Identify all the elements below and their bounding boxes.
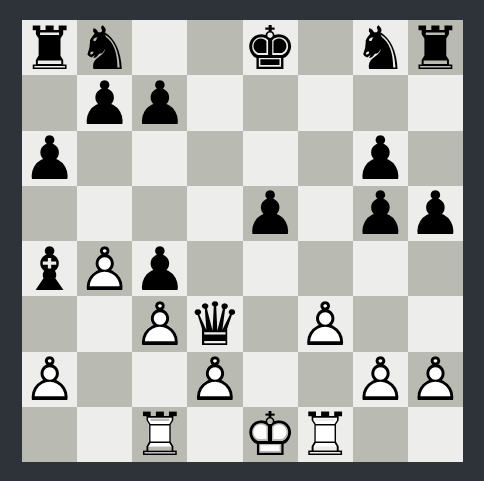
- piece-glyph: ♜: [22, 20, 77, 75]
- square-c8[interactable]: [132, 20, 187, 75]
- piece-black-rook[interactable]: ♜: [408, 20, 463, 75]
- piece-black-rook[interactable]: ♜: [22, 20, 77, 75]
- square-d1[interactable]: [187, 407, 242, 462]
- square-c3[interactable]: ♟♙: [132, 296, 187, 351]
- piece-glyph: ♚: [243, 20, 298, 75]
- piece-outline-glyph: ♙: [77, 241, 132, 296]
- piece-white-pawn[interactable]: ♟♙: [77, 241, 132, 296]
- square-h2[interactable]: ♟♙: [408, 352, 463, 407]
- square-d2[interactable]: ♟♙: [187, 352, 242, 407]
- chess-board: ♜♞♚♞♜♟♟♟♟♟♟♟♝♟♙♟♟♙♛♟♙♟♙♟♙♟♙♟♙♜♖♚♔♜♖: [22, 20, 463, 462]
- piece-glyph: ♞: [77, 20, 132, 75]
- square-b5[interactable]: [77, 186, 132, 241]
- square-g2[interactable]: ♟♙: [353, 352, 408, 407]
- square-h5[interactable]: ♟: [408, 186, 463, 241]
- piece-glyph: ♜: [408, 20, 463, 75]
- piece-black-pawn[interactable]: ♟: [77, 75, 132, 130]
- piece-white-rook[interactable]: ♜♖: [298, 407, 353, 462]
- square-b4[interactable]: ♟♙: [77, 241, 132, 296]
- piece-glyph: ♟: [243, 186, 298, 241]
- piece-white-pawn[interactable]: ♟♙: [298, 296, 353, 351]
- square-e4[interactable]: [243, 241, 298, 296]
- piece-black-bishop[interactable]: ♝: [22, 241, 77, 296]
- square-b8[interactable]: ♞: [77, 20, 132, 75]
- square-g4[interactable]: [353, 241, 408, 296]
- square-a2[interactable]: ♟♙: [22, 352, 77, 407]
- piece-black-pawn[interactable]: ♟: [132, 75, 187, 130]
- square-b1[interactable]: [77, 407, 132, 462]
- piece-outline-glyph: ♔: [243, 407, 298, 462]
- piece-white-rook[interactable]: ♜♖: [132, 407, 187, 462]
- piece-glyph: ♞: [353, 20, 408, 75]
- piece-black-king[interactable]: ♚: [243, 20, 298, 75]
- square-d4[interactable]: [187, 241, 242, 296]
- square-b7[interactable]: ♟: [77, 75, 132, 130]
- square-e7[interactable]: [243, 75, 298, 130]
- square-c4[interactable]: ♟: [132, 241, 187, 296]
- piece-outline-glyph: ♙: [408, 352, 463, 407]
- square-g8[interactable]: ♞: [353, 20, 408, 75]
- square-a8[interactable]: ♜: [22, 20, 77, 75]
- piece-glyph: ♟: [408, 186, 463, 241]
- piece-white-pawn[interactable]: ♟♙: [353, 352, 408, 407]
- piece-white-pawn[interactable]: ♟♙: [22, 352, 77, 407]
- piece-outline-glyph: ♙: [132, 296, 187, 351]
- square-f7[interactable]: [298, 75, 353, 130]
- square-e3[interactable]: [243, 296, 298, 351]
- piece-glyph: ♟: [132, 75, 187, 130]
- square-a5[interactable]: [22, 186, 77, 241]
- square-b3[interactable]: [77, 296, 132, 351]
- square-d5[interactable]: [187, 186, 242, 241]
- piece-black-pawn[interactable]: ♟: [408, 186, 463, 241]
- square-e5[interactable]: ♟: [243, 186, 298, 241]
- square-a4[interactable]: ♝: [22, 241, 77, 296]
- square-a1[interactable]: [22, 407, 77, 462]
- square-d8[interactable]: [187, 20, 242, 75]
- square-g5[interactable]: ♟: [353, 186, 408, 241]
- square-c6[interactable]: [132, 131, 187, 186]
- square-h8[interactable]: ♜: [408, 20, 463, 75]
- piece-black-pawn[interactable]: ♟: [132, 241, 187, 296]
- square-e1[interactable]: ♚♔: [243, 407, 298, 462]
- piece-outline-glyph: ♙: [22, 352, 77, 407]
- square-c1[interactable]: ♜♖: [132, 407, 187, 462]
- square-g1[interactable]: [353, 407, 408, 462]
- square-f6[interactable]: [298, 131, 353, 186]
- piece-outline-glyph: ♙: [298, 296, 353, 351]
- square-h4[interactable]: [408, 241, 463, 296]
- piece-outline-glyph: ♙: [187, 352, 242, 407]
- piece-black-pawn[interactable]: ♟: [22, 131, 77, 186]
- piece-white-king[interactable]: ♚♔: [243, 407, 298, 462]
- square-b6[interactable]: [77, 131, 132, 186]
- square-a6[interactable]: ♟: [22, 131, 77, 186]
- square-f4[interactable]: [298, 241, 353, 296]
- piece-white-pawn[interactable]: ♟♙: [132, 296, 187, 351]
- square-c5[interactable]: [132, 186, 187, 241]
- square-d7[interactable]: [187, 75, 242, 130]
- piece-black-knight[interactable]: ♞: [353, 20, 408, 75]
- piece-outline-glyph: ♙: [353, 352, 408, 407]
- piece-white-pawn[interactable]: ♟♙: [408, 352, 463, 407]
- piece-glyph: ♝: [22, 241, 77, 296]
- piece-outline-glyph: ♖: [132, 407, 187, 462]
- square-c7[interactable]: ♟: [132, 75, 187, 130]
- square-e8[interactable]: ♚: [243, 20, 298, 75]
- piece-outline-glyph: ♖: [298, 407, 353, 462]
- square-h7[interactable]: [408, 75, 463, 130]
- piece-glyph: ♟: [77, 75, 132, 130]
- piece-white-pawn[interactable]: ♟♙: [187, 352, 242, 407]
- square-d6[interactable]: [187, 131, 242, 186]
- piece-black-knight[interactable]: ♞: [77, 20, 132, 75]
- piece-glyph: ♟: [132, 241, 187, 296]
- square-h1[interactable]: [408, 407, 463, 462]
- page-background: ♜♞♚♞♜♟♟♟♟♟♟♟♝♟♙♟♟♙♛♟♙♟♙♟♙♟♙♟♙♜♖♚♔♜♖: [0, 0, 484, 481]
- square-f3[interactable]: ♟♙: [298, 296, 353, 351]
- square-f5[interactable]: [298, 186, 353, 241]
- piece-glyph: ♟: [353, 186, 408, 241]
- square-f1[interactable]: ♜♖: [298, 407, 353, 462]
- square-f8[interactable]: [298, 20, 353, 75]
- square-b2[interactable]: [77, 352, 132, 407]
- piece-black-pawn[interactable]: ♟: [353, 186, 408, 241]
- piece-black-pawn[interactable]: ♟: [243, 186, 298, 241]
- piece-glyph: ♟: [22, 131, 77, 186]
